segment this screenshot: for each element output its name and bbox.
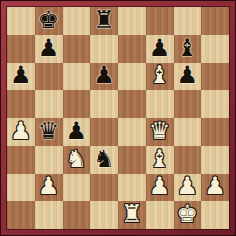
square-b1[interactable] (35, 201, 63, 229)
piece-black-bishop[interactable]: ♝ (177, 36, 199, 60)
piece-white-king[interactable]: ♚ (177, 202, 199, 226)
chess-board: ♚♜♟♟♝♟♟♝♟♟♛♟♛♞♞♝♟♟♟♟♜♚ (7, 7, 229, 229)
square-f1[interactable] (146, 201, 174, 229)
square-a6[interactable]: ♟ (7, 63, 35, 91)
square-d2[interactable] (90, 174, 118, 202)
piece-black-knight[interactable]: ♞ (93, 147, 115, 171)
square-b4[interactable]: ♛ (35, 118, 63, 146)
square-e5[interactable] (118, 90, 146, 118)
square-h8[interactable] (201, 7, 229, 35)
square-g4[interactable] (174, 118, 202, 146)
piece-white-pawn[interactable]: ♟ (10, 119, 32, 143)
square-d1[interactable] (90, 201, 118, 229)
square-f8[interactable] (146, 7, 174, 35)
square-h1[interactable] (201, 201, 229, 229)
square-d4[interactable] (90, 118, 118, 146)
square-a4[interactable]: ♟ (7, 118, 35, 146)
piece-black-pawn[interactable]: ♟ (177, 63, 199, 87)
square-d8[interactable]: ♜ (90, 7, 118, 35)
square-f2[interactable]: ♟ (146, 174, 174, 202)
square-c7[interactable] (63, 35, 91, 63)
square-g7[interactable]: ♝ (174, 35, 202, 63)
square-g6[interactable]: ♟ (174, 63, 202, 91)
piece-white-rook[interactable]: ♜ (121, 202, 143, 226)
square-d7[interactable] (90, 35, 118, 63)
square-f5[interactable] (146, 90, 174, 118)
square-c3[interactable]: ♞ (63, 146, 91, 174)
square-e2[interactable] (118, 174, 146, 202)
square-g1[interactable]: ♚ (174, 201, 202, 229)
square-f3[interactable]: ♝ (146, 146, 174, 174)
piece-black-pawn[interactable]: ♟ (93, 63, 115, 87)
piece-white-pawn[interactable]: ♟ (177, 174, 199, 198)
piece-black-queen[interactable]: ♛ (38, 119, 60, 143)
piece-black-pawn[interactable]: ♟ (149, 36, 171, 60)
piece-black-king[interactable]: ♚ (38, 8, 60, 32)
square-e4[interactable] (118, 118, 146, 146)
square-c2[interactable] (63, 174, 91, 202)
square-g8[interactable] (174, 7, 202, 35)
piece-black-pawn[interactable]: ♟ (10, 63, 32, 87)
square-c1[interactable] (63, 201, 91, 229)
square-d3[interactable]: ♞ (90, 146, 118, 174)
piece-black-pawn[interactable]: ♟ (66, 119, 88, 143)
square-h2[interactable]: ♟ (201, 174, 229, 202)
square-d6[interactable]: ♟ (90, 63, 118, 91)
square-b2[interactable]: ♟ (35, 174, 63, 202)
piece-white-knight[interactable]: ♞ (66, 147, 88, 171)
piece-white-bishop[interactable]: ♝ (149, 147, 171, 171)
piece-white-queen[interactable]: ♛ (149, 119, 171, 143)
square-h4[interactable] (201, 118, 229, 146)
square-a2[interactable] (7, 174, 35, 202)
square-d5[interactable] (90, 90, 118, 118)
piece-white-pawn[interactable]: ♟ (149, 174, 171, 198)
square-e3[interactable] (118, 146, 146, 174)
square-f4[interactable]: ♛ (146, 118, 174, 146)
square-b6[interactable] (35, 63, 63, 91)
square-c4[interactable]: ♟ (63, 118, 91, 146)
square-c6[interactable] (63, 63, 91, 91)
square-b5[interactable] (35, 90, 63, 118)
square-a8[interactable] (7, 7, 35, 35)
square-b7[interactable]: ♟ (35, 35, 63, 63)
square-h3[interactable] (201, 146, 229, 174)
piece-white-bishop[interactable]: ♝ (149, 63, 171, 87)
square-e6[interactable] (118, 63, 146, 91)
square-e7[interactable] (118, 35, 146, 63)
square-g5[interactable] (174, 90, 202, 118)
piece-black-pawn[interactable]: ♟ (38, 36, 60, 60)
square-e8[interactable] (118, 7, 146, 35)
square-a5[interactable] (7, 90, 35, 118)
square-f7[interactable]: ♟ (146, 35, 174, 63)
board-frame: ♚♜♟♟♝♟♟♝♟♟♛♟♛♞♞♝♟♟♟♟♜♚ (0, 0, 236, 236)
piece-white-pawn[interactable]: ♟ (38, 174, 60, 198)
piece-white-pawn[interactable]: ♟ (204, 174, 226, 198)
square-h6[interactable] (201, 63, 229, 91)
square-b8[interactable]: ♚ (35, 7, 63, 35)
square-a1[interactable] (7, 201, 35, 229)
piece-black-rook[interactable]: ♜ (93, 8, 115, 32)
square-c8[interactable] (63, 7, 91, 35)
square-h7[interactable] (201, 35, 229, 63)
square-c5[interactable] (63, 90, 91, 118)
square-e1[interactable]: ♜ (118, 201, 146, 229)
square-a3[interactable] (7, 146, 35, 174)
square-g2[interactable]: ♟ (174, 174, 202, 202)
square-g3[interactable] (174, 146, 202, 174)
square-f6[interactable]: ♝ (146, 63, 174, 91)
square-b3[interactable] (35, 146, 63, 174)
square-h5[interactable] (201, 90, 229, 118)
square-a7[interactable] (7, 35, 35, 63)
